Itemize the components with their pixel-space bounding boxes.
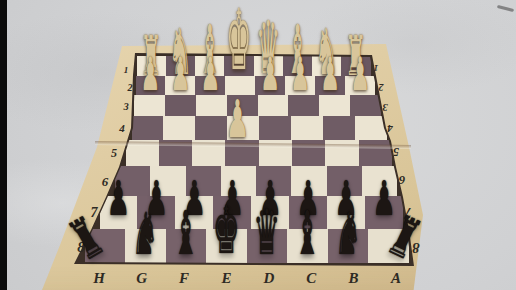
piece-black-bishop-c8[interactable]: ♝: [294, 203, 320, 264]
right-rank-label-3: 3: [382, 102, 387, 113]
square-d4[interactable]: [259, 116, 291, 140]
square-h4[interactable]: [132, 116, 164, 140]
piece-white-pawn-a2[interactable]: ♟: [350, 52, 370, 98]
right-rank-label-1: 1: [374, 63, 379, 72]
right-rank-label-2: 2: [379, 82, 384, 92]
square-c4[interactable]: [291, 116, 323, 140]
file-label-h: H: [93, 271, 105, 286]
piece-black-pawn-h7[interactable]: ♟: [107, 174, 130, 222]
right-rank-label-5: 5: [393, 146, 399, 158]
left-rank-label-1: 1: [124, 66, 129, 75]
left-rank-label-2: 2: [128, 83, 133, 93]
file-label-b: B: [349, 271, 359, 286]
piece-black-pawn-a7[interactable]: ♟: [372, 174, 395, 222]
piece-white-pawn-b2[interactable]: ♟: [320, 52, 340, 98]
file-label-d: D: [263, 271, 274, 286]
piece-white-pawn-c2[interactable]: ♟: [290, 52, 310, 98]
piece-white-pawn-f2[interactable]: ♟: [200, 52, 220, 98]
square-a4[interactable]: [355, 116, 387, 140]
piece-black-queen-d8[interactable]: ♛: [253, 201, 280, 264]
right-rank-label-4: 4: [387, 123, 393, 134]
left-rank-label-7: 7: [91, 206, 98, 220]
file-label-a: A: [391, 271, 401, 286]
left-rank-label-4: 4: [119, 123, 125, 134]
right-rank-label-6: 6: [399, 174, 406, 187]
file-label-f: F: [179, 271, 189, 286]
file-label-e: E: [221, 271, 231, 286]
left-rank-label-3: 3: [123, 102, 128, 113]
piece-black-king-e8[interactable]: ♚: [213, 198, 240, 264]
left-rank-label-5: 5: [111, 147, 117, 159]
square-f4[interactable]: [195, 116, 227, 140]
chess-photo-scene: HGFEDCBA1234567812345678 ♜♞♝♚♛♝♞♜♟♟♟♟♟♟♟…: [0, 0, 516, 290]
piece-black-knight-g8[interactable]: ♞: [132, 206, 159, 265]
piece-white-pawn-g2[interactable]: ♟: [171, 52, 191, 98]
square-b4[interactable]: [323, 116, 355, 140]
piece-white-pawn-h2[interactable]: ♟: [141, 52, 161, 98]
piece-white-pawn-e4[interactable]: ♟: [226, 93, 249, 145]
file-label-c: C: [306, 271, 316, 286]
piece-white-king-e1[interactable]: ♚: [226, 0, 251, 84]
file-label-g: G: [136, 271, 147, 286]
photo-left-black-bar: [0, 0, 7, 290]
square-g4[interactable]: [163, 116, 195, 140]
piece-white-pawn-d2[interactable]: ♟: [260, 52, 280, 98]
piece-black-knight-b8[interactable]: ♞: [334, 206, 361, 265]
piece-black-bishop-f8[interactable]: ♝: [173, 203, 199, 264]
rank-row-4: [132, 116, 388, 140]
